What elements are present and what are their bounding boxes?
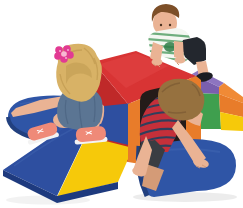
soft-play-scene	[0, 0, 243, 208]
product-photo	[0, 0, 243, 208]
